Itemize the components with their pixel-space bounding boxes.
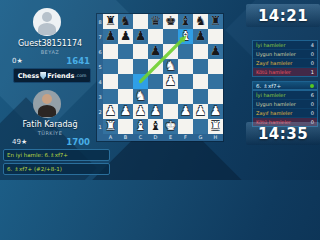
stat-value: 1 [311,68,314,76]
square-e5[interactable]: ♞ [163,59,178,74]
avatar-silhouette-icon [38,23,56,35]
white-pawn[interactable]: ♟ [208,104,223,119]
square-f3[interactable] [178,89,193,104]
square-h8[interactable]: ♜ [208,14,223,29]
stat-value: 0 [311,59,314,67]
square-g5[interactable] [193,59,208,74]
square-c3[interactable]: ♞ [133,89,148,104]
square-f5[interactable] [178,59,193,74]
square-e8[interactable]: ♚ [163,14,178,29]
top-player-stats-row: 0★ 1641 [12,56,90,66]
square-g1[interactable] [193,119,208,134]
square-a6[interactable] [103,44,118,59]
stat-row-0: İyi hamleler4 [253,41,317,50]
stat-value: 0 [311,100,314,108]
chessfriends-logo[interactable]: Chess Friends .com [13,68,91,83]
file-label-a: A [103,134,118,141]
square-c4[interactable] [133,74,148,89]
white-pawn[interactable]: ♟ [118,104,133,119]
file-label-c: C [133,134,148,141]
black-knight[interactable]: ♞ [193,14,208,29]
square-g7[interactable]: ♟ [193,29,208,44]
square-e4[interactable]: ♟ [163,74,178,89]
black-pawn[interactable]: ♟ [118,29,133,44]
white-bishop[interactable]: ♝ [178,29,193,44]
top-player-subtitle: BEYAZ [0,49,100,56]
file-label-g: G [193,134,208,141]
move-evaluation: 6. ♗xf7+ (#2/+8-1) [3,163,110,175]
square-a8[interactable]: ♜ [103,14,118,29]
square-a4[interactable] [103,74,118,89]
logo-text-left: Chess [18,72,40,80]
white-pawn[interactable]: ♟ [193,104,208,119]
black-pawn[interactable]: ♟ [193,29,208,44]
last-move-header: 6. ♗xf7+ [252,81,318,90]
top-player-name[interactable]: Guest38151174 [0,39,100,49]
white-pawn[interactable]: ♟ [103,104,118,119]
bottom-player-subtitle: TÜRKİYE [0,130,100,137]
square-h1[interactable]: ♜ [208,119,223,134]
black-queen[interactable]: ♛ [148,14,163,29]
top-clock-panel: 14:21 [246,4,320,27]
shield-icon [40,72,46,80]
white-knight[interactable]: ♞ [163,59,178,74]
square-b4[interactable] [118,74,133,89]
file-label-h: H [208,134,223,141]
avatar-photo-body [38,105,56,117]
bottom-player-name[interactable]: Fatih Karadağ [0,120,100,130]
square-b7[interactable]: ♟ [118,29,133,44]
file-label-e: E [163,134,178,141]
stat-row-1: Uygun hamleler0 [253,100,317,109]
bottom-player-rating: 1700 [66,137,90,147]
square-h4[interactable] [208,74,223,89]
square-e3[interactable] [163,89,178,104]
square-e7[interactable] [163,29,178,44]
stat-label: İyi hamleler [256,41,286,49]
white-rook[interactable]: ♜ [103,119,118,134]
white-pawn[interactable]: ♟ [178,104,193,119]
stat-row-1: Uygun hamleler0 [253,50,317,59]
top-player-rating: 1641 [66,56,90,66]
stat-value: 4 [311,41,314,49]
square-h2[interactable]: ♟ [208,104,223,119]
white-pawn[interactable]: ♟ [163,74,178,89]
best-move-hint: En iyi hamle: 6.♗xf7+ [3,149,110,161]
white-knight[interactable]: ♞ [133,89,148,104]
square-b3[interactable] [118,89,133,104]
black-pawn[interactable]: ♟ [148,44,163,59]
white-pawn[interactable]: ♟ [148,104,163,119]
white-rook[interactable]: ♜ [208,119,223,134]
square-c5[interactable] [133,59,148,74]
avatar-silhouette-icon [42,12,52,22]
square-c8[interactable] [133,14,148,29]
square-a7[interactable]: ♟ [103,29,118,44]
square-d4[interactable] [148,74,163,89]
square-f6[interactable] [178,44,193,59]
bottom-player-avatar[interactable] [33,90,61,118]
square-d3[interactable] [148,89,163,104]
top-player-star-count: 0★ [12,57,23,65]
square-a3[interactable] [103,89,118,104]
stat-value: 0 [311,109,314,117]
square-c6[interactable] [133,44,148,59]
square-b2[interactable]: ♟ [118,104,133,119]
logo-tld: .com [75,73,86,78]
last-move-text: 6. ♗xf7+ [256,83,281,89]
black-knight[interactable]: ♞ [118,14,133,29]
black-king[interactable]: ♚ [163,14,178,29]
good-move-dot-icon [310,84,314,88]
logo-text-right: Friends [47,72,74,80]
black-pawn[interactable]: ♟ [103,29,118,44]
stat-row-3: Kötü hamleler1 [253,68,317,76]
black-pawn[interactable]: ♟ [208,44,223,59]
stat-value: 0 [311,50,314,58]
stat-label: Kötü hamleler [256,68,291,76]
square-h7[interactable] [208,29,223,44]
square-b8[interactable]: ♞ [118,14,133,29]
square-g2[interactable]: ♟ [193,104,208,119]
square-h5[interactable] [208,59,223,74]
file-labels: ABCDEFGH [97,134,223,141]
stat-value: 6 [311,91,314,99]
square-h3[interactable] [208,89,223,104]
black-pawn[interactable]: ♟ [133,29,148,44]
square-c7[interactable]: ♟ [133,29,148,44]
white-bishop[interactable]: ♝ [133,119,148,134]
file-label-b: B [118,134,133,141]
avatar-photo-face [42,94,52,104]
square-h6[interactable]: ♟ [208,44,223,59]
top-player-move-quality: İyi hamleler4Uygun hamleler0Zayıf hamlel… [252,40,318,77]
bottom-clock-panel: 14:35 [246,122,320,145]
stat-row-2: Zayıf hamleler0 [253,59,317,68]
square-c1[interactable]: ♝ [133,119,148,134]
top-player-clock: 14:21 [258,7,308,25]
stat-label: Uygun hamleler [256,100,296,108]
square-b5[interactable] [118,59,133,74]
bottom-player-star-count: 49★ [12,138,27,146]
square-f7[interactable]: ♝ [178,29,193,44]
stat-row-2: Zayıf hamleler0 [253,109,317,118]
black-bishop[interactable]: ♝ [178,14,193,29]
board-squares[interactable]: ♜♞♛♚♝♞♜♟♟♟♝♟♟♟♞♟♞♟♟♟♟♟♟♟♜♝♝♚♜ [103,14,223,134]
stat-label: İyi hamleler [256,91,286,99]
square-g4[interactable] [193,74,208,89]
top-player-avatar[interactable] [33,8,61,36]
file-label-d: D [148,134,163,141]
square-a5[interactable] [103,59,118,74]
stat-row-0: İyi hamleler6 [253,91,317,100]
square-e6[interactable] [163,44,178,59]
square-c2[interactable]: ♟ [133,104,148,119]
square-d8[interactable]: ♛ [148,14,163,29]
square-d7[interactable] [148,29,163,44]
bottom-player-stats-row: 49★ 1700 [12,137,90,147]
black-rook[interactable]: ♜ [103,14,118,29]
square-b1[interactable] [118,119,133,134]
stat-label: Zayıf hamleler [256,109,292,117]
square-f2[interactable]: ♟ [178,104,193,119]
square-d6[interactable]: ♟ [148,44,163,59]
stat-label: Uygun hamleler [256,50,296,58]
square-a1[interactable]: ♜ [103,119,118,134]
square-d5[interactable] [148,59,163,74]
square-e1[interactable]: ♚ [163,119,178,134]
square-d2[interactable]: ♟ [148,104,163,119]
chess-board[interactable]: 87654321 ♜♞♛♚♝♞♜♟♟♟♝♟♟♟♞♟♞♟♟♟♟♟♟♟♜♝♝♚♜ A… [97,14,223,141]
white-king[interactable]: ♚ [163,119,178,134]
square-g6[interactable] [193,44,208,59]
stat-label: Zayıf hamleler [256,59,292,67]
square-a2[interactable]: ♟ [103,104,118,119]
bottom-player-clock: 14:35 [258,125,308,143]
square-b6[interactable] [118,44,133,59]
square-d1[interactable]: ♝ [148,119,163,134]
square-e2[interactable] [163,104,178,119]
square-f4[interactable] [178,74,193,89]
black-rook[interactable]: ♜ [208,14,223,29]
file-label-f: F [178,134,193,141]
square-f8[interactable]: ♝ [178,14,193,29]
square-g8[interactable]: ♞ [193,14,208,29]
white-pawn[interactable]: ♟ [133,104,148,119]
black-bishop[interactable]: ♝ [148,119,163,134]
square-g3[interactable] [193,89,208,104]
square-f1[interactable] [178,119,193,134]
